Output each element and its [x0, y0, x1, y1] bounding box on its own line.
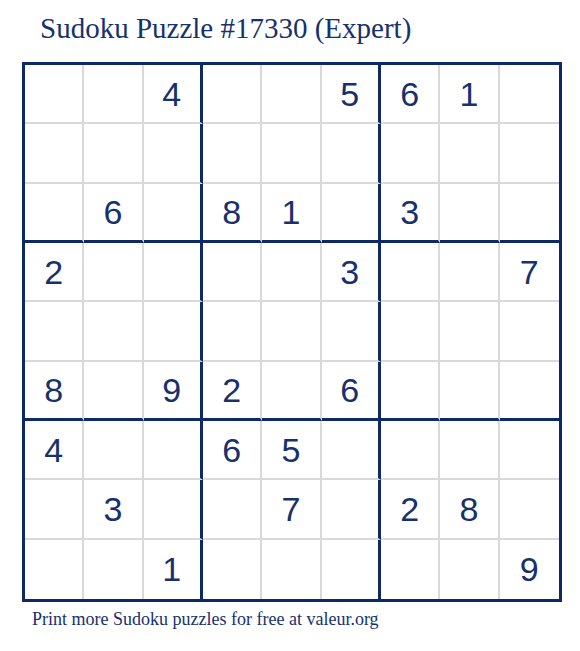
sudoku-cell-r8c7[interactable]: 2 — [381, 480, 440, 539]
sudoku-cell-r8c4[interactable] — [203, 480, 262, 539]
sudoku-cell-r5c4[interactable] — [203, 302, 262, 361]
sudoku-cell-r4c1[interactable]: 2 — [25, 243, 84, 302]
sudoku-cell-r5c7[interactable] — [381, 302, 440, 361]
sudoku-cell-r8c5[interactable]: 7 — [262, 480, 321, 539]
sudoku-cell-r3c4[interactable]: 8 — [203, 184, 262, 243]
sudoku-cell-r6c2[interactable] — [84, 362, 143, 421]
sudoku-cell-r4c3[interactable] — [144, 243, 203, 302]
sudoku-cell-r1c7[interactable]: 6 — [381, 65, 440, 124]
sudoku-cell-r1c3[interactable]: 4 — [144, 65, 203, 124]
sudoku-cell-r9c6[interactable] — [322, 540, 381, 599]
sudoku-cell-r3c6[interactable] — [322, 184, 381, 243]
sudoku-cell-r3c7[interactable]: 3 — [381, 184, 440, 243]
sudoku-board: 456168132378926465372819 — [22, 62, 562, 602]
sudoku-cell-r7c9[interactable] — [500, 421, 559, 480]
sudoku-cell-r3c9[interactable] — [500, 184, 559, 243]
sudoku-page: Sudoku Puzzle #17330 (Expert) 4561681323… — [0, 0, 580, 651]
sudoku-cell-r9c1[interactable] — [25, 540, 84, 599]
sudoku-cell-r5c5[interactable] — [262, 302, 321, 361]
sudoku-cell-r2c5[interactable] — [262, 124, 321, 183]
sudoku-cell-r8c3[interactable] — [144, 480, 203, 539]
sudoku-cell-r5c6[interactable] — [322, 302, 381, 361]
sudoku-cell-r4c9[interactable]: 7 — [500, 243, 559, 302]
sudoku-cell-r1c4[interactable] — [203, 65, 262, 124]
sudoku-cell-r3c1[interactable] — [25, 184, 84, 243]
sudoku-cell-r9c9[interactable]: 9 — [500, 540, 559, 599]
sudoku-cell-r4c5[interactable] — [262, 243, 321, 302]
sudoku-cell-r6c4[interactable]: 2 — [203, 362, 262, 421]
sudoku-cell-r6c3[interactable]: 9 — [144, 362, 203, 421]
sudoku-cell-r6c8[interactable] — [440, 362, 499, 421]
sudoku-cell-r4c8[interactable] — [440, 243, 499, 302]
sudoku-cell-r5c8[interactable] — [440, 302, 499, 361]
sudoku-cell-r5c3[interactable] — [144, 302, 203, 361]
sudoku-cell-r8c1[interactable] — [25, 480, 84, 539]
sudoku-cell-r9c3[interactable]: 1 — [144, 540, 203, 599]
sudoku-cell-r9c4[interactable] — [203, 540, 262, 599]
sudoku-cell-r8c2[interactable]: 3 — [84, 480, 143, 539]
sudoku-cell-r6c6[interactable]: 6 — [322, 362, 381, 421]
sudoku-cell-r5c9[interactable] — [500, 302, 559, 361]
sudoku-cell-r5c1[interactable] — [25, 302, 84, 361]
footer-text: Print more Sudoku puzzles for free at va… — [32, 609, 379, 630]
sudoku-cell-r9c2[interactable] — [84, 540, 143, 599]
sudoku-cell-r8c9[interactable] — [500, 480, 559, 539]
sudoku-cell-r6c5[interactable] — [262, 362, 321, 421]
sudoku-cell-r6c1[interactable]: 8 — [25, 362, 84, 421]
sudoku-cell-r5c2[interactable] — [84, 302, 143, 361]
sudoku-cell-r1c8[interactable]: 1 — [440, 65, 499, 124]
sudoku-cell-r6c7[interactable] — [381, 362, 440, 421]
sudoku-cell-r1c6[interactable]: 5 — [322, 65, 381, 124]
sudoku-cell-r2c6[interactable] — [322, 124, 381, 183]
sudoku-cell-r2c3[interactable] — [144, 124, 203, 183]
sudoku-cell-r2c1[interactable] — [25, 124, 84, 183]
sudoku-cell-r3c8[interactable] — [440, 184, 499, 243]
sudoku-cell-r7c7[interactable] — [381, 421, 440, 480]
sudoku-cell-r3c2[interactable]: 6 — [84, 184, 143, 243]
sudoku-cell-r7c1[interactable]: 4 — [25, 421, 84, 480]
sudoku-cell-r7c4[interactable]: 6 — [203, 421, 262, 480]
sudoku-cell-r1c5[interactable] — [262, 65, 321, 124]
sudoku-cell-r7c5[interactable]: 5 — [262, 421, 321, 480]
sudoku-cell-r4c7[interactable] — [381, 243, 440, 302]
sudoku-cell-r2c2[interactable] — [84, 124, 143, 183]
sudoku-cell-r1c2[interactable] — [84, 65, 143, 124]
sudoku-cell-r8c8[interactable]: 8 — [440, 480, 499, 539]
sudoku-cell-r9c7[interactable] — [381, 540, 440, 599]
sudoku-cell-r3c5[interactable]: 1 — [262, 184, 321, 243]
sudoku-cell-r4c2[interactable] — [84, 243, 143, 302]
sudoku-cell-r9c8[interactable] — [440, 540, 499, 599]
sudoku-cell-r4c4[interactable] — [203, 243, 262, 302]
sudoku-cell-r2c8[interactable] — [440, 124, 499, 183]
sudoku-cell-r7c8[interactable] — [440, 421, 499, 480]
sudoku-cell-r1c1[interactable] — [25, 65, 84, 124]
sudoku-cell-r2c9[interactable] — [500, 124, 559, 183]
sudoku-cell-r9c5[interactable] — [262, 540, 321, 599]
sudoku-cell-r1c9[interactable] — [500, 65, 559, 124]
sudoku-cell-r2c7[interactable] — [381, 124, 440, 183]
sudoku-cell-r7c3[interactable] — [144, 421, 203, 480]
page-title: Sudoku Puzzle #17330 (Expert) — [40, 12, 411, 45]
sudoku-cell-r8c6[interactable] — [322, 480, 381, 539]
sudoku-cell-r6c9[interactable] — [500, 362, 559, 421]
sudoku-cell-r2c4[interactable] — [203, 124, 262, 183]
sudoku-cell-r3c3[interactable] — [144, 184, 203, 243]
sudoku-cell-r7c2[interactable] — [84, 421, 143, 480]
sudoku-cell-r7c6[interactable] — [322, 421, 381, 480]
sudoku-cell-r4c6[interactable]: 3 — [322, 243, 381, 302]
